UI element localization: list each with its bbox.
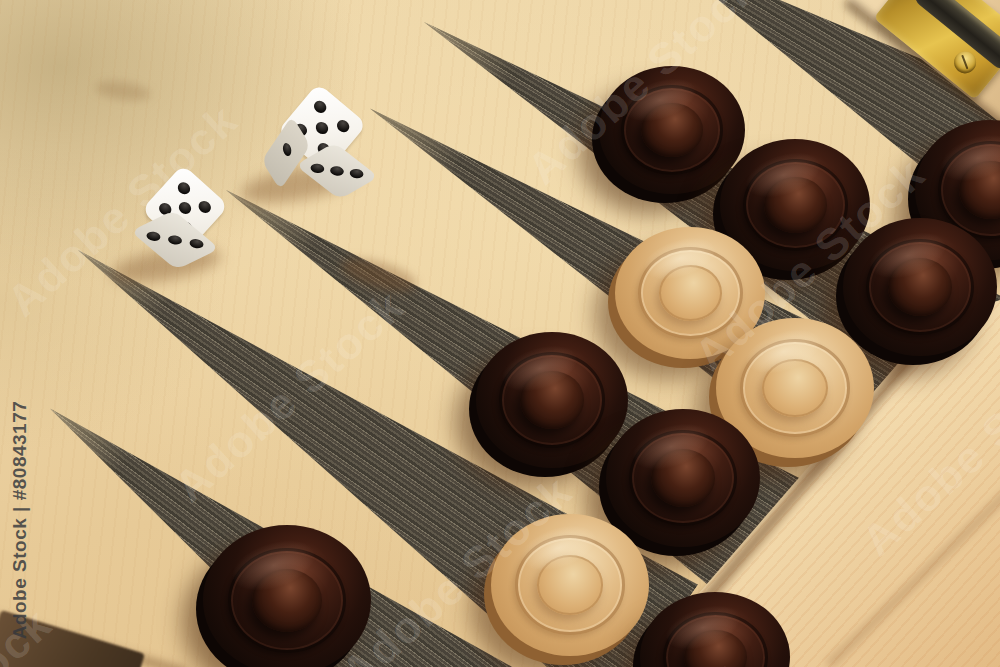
checker-dark[interactable] [203, 525, 371, 667]
checker-center-dome [537, 555, 603, 615]
die-pip [196, 198, 213, 215]
die-pip [165, 234, 185, 247]
die-pip [347, 167, 366, 180]
checker-face [640, 592, 790, 667]
watermark-id-text: Adobe Stock | #80843177 [9, 394, 33, 646]
checker-center-dome [764, 177, 827, 232]
checker-center-dome [888, 258, 953, 316]
wood-stain-smudge [94, 78, 152, 104]
die-pip [281, 140, 293, 158]
hinge-screw-icon [950, 47, 981, 78]
die-pip [175, 179, 192, 196]
checker-light[interactable] [491, 514, 649, 656]
die-pip [334, 118, 351, 135]
backgammon-board-photo: Adobe StockAdobe StockAdobe StockAdobe S… [0, 0, 1000, 667]
checker-center-dome [651, 449, 716, 507]
die-1[interactable] [140, 160, 240, 275]
checker-center-dome [762, 359, 828, 418]
die-pip [312, 99, 329, 116]
die-pip [144, 229, 164, 242]
checker-face [491, 514, 649, 656]
checker-center-dome [520, 371, 584, 428]
die-pip [327, 164, 346, 177]
die-pip [313, 119, 330, 136]
checker-center-dome [641, 103, 702, 157]
die-2[interactable] [265, 80, 377, 200]
die-pip [187, 238, 207, 251]
die-pip [307, 162, 326, 175]
checker-center-dome [252, 569, 323, 632]
checker-face [203, 525, 371, 667]
checker-dark[interactable] [640, 592, 790, 667]
table-edge-corner [0, 610, 145, 667]
checker-center-dome [659, 265, 722, 320]
watermark-text: Adobe Stock [0, 276, 30, 667]
